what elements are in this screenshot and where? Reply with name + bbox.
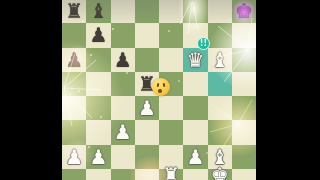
square-c6[interactable]: ♟ (111, 48, 135, 72)
square-f3[interactable] (183, 120, 207, 144)
square-h1[interactable] (232, 169, 256, 180)
white-pawn-d4[interactable]: ♟ (138, 96, 156, 120)
black-rook-a8[interactable]: ♜ (65, 0, 83, 23)
square-f5[interactable] (183, 72, 207, 96)
square-h3[interactable] (232, 120, 256, 144)
square-b6[interactable] (86, 48, 110, 72)
video-area: ♜♝♚♟♟♟♛♝♜♟♟♟♟♟♝♜♚ !! (62, 0, 256, 180)
white-pawn-a2[interactable]: ♟ (65, 145, 83, 169)
square-b2[interactable]: ♟ (86, 145, 110, 169)
square-b8[interactable]: ♝ (86, 0, 110, 23)
square-e3[interactable] (159, 120, 183, 144)
square-b7[interactable]: ♟ (86, 23, 110, 47)
square-c5[interactable] (111, 72, 135, 96)
square-d4[interactable]: ♟ (135, 96, 159, 120)
white-pawn-f2[interactable]: ♟ (186, 145, 204, 169)
square-a5[interactable] (62, 72, 86, 96)
square-d3[interactable] (135, 120, 159, 144)
square-d2[interactable] (135, 145, 159, 169)
square-h4[interactable] (232, 96, 256, 120)
square-h7[interactable] (232, 23, 256, 47)
square-a7[interactable] (62, 23, 86, 47)
king-glow-effect (231, 0, 256, 25)
square-c3[interactable]: ♟ (111, 120, 135, 144)
square-d6[interactable] (135, 48, 159, 72)
square-g5[interactable] (208, 72, 232, 96)
square-f4[interactable] (183, 96, 207, 120)
confetti-sparkles (82, 20, 84, 22)
square-g6[interactable]: ♝ (208, 48, 232, 72)
square-g3[interactable] (208, 120, 232, 144)
white-pawn-b2[interactable]: ♟ (89, 145, 107, 169)
square-d8[interactable] (135, 0, 159, 23)
square-d7[interactable] (135, 23, 159, 47)
white-rook-e1[interactable]: ♜ (162, 163, 180, 180)
black-pawn-a6[interactable]: ♟ (65, 48, 83, 72)
video-frame: ♜♝♚♟♟♟♛♝♜♟♟♟♟♟♝♜♚ !! (0, 0, 320, 180)
square-c7[interactable] (111, 23, 135, 47)
square-a1[interactable] (62, 169, 86, 180)
square-f2[interactable]: ♟ (183, 145, 207, 169)
square-e7[interactable] (159, 23, 183, 47)
black-pawn-b7[interactable]: ♟ (89, 23, 107, 47)
square-h6[interactable] (232, 48, 256, 72)
square-e6[interactable] (159, 48, 183, 72)
white-king-g1[interactable]: ♚ (211, 163, 229, 180)
square-g4[interactable] (208, 96, 232, 120)
square-d1[interactable] (135, 169, 159, 180)
kissing-face-emoji (152, 78, 170, 96)
square-b1[interactable] (86, 169, 110, 180)
square-e1[interactable]: ♜ (159, 169, 183, 180)
square-c4[interactable] (111, 96, 135, 120)
emoji-left-eye (157, 83, 160, 87)
square-c1[interactable] (111, 169, 135, 180)
square-f1[interactable] (183, 169, 207, 180)
square-a3[interactable] (62, 120, 86, 144)
black-bishop-b8[interactable]: ♝ (89, 0, 107, 23)
square-g8[interactable] (208, 0, 232, 23)
square-a6[interactable]: ♟ (62, 48, 86, 72)
square-c2[interactable] (111, 145, 135, 169)
black-pawn-c6[interactable]: ♟ (114, 48, 132, 72)
emoji-mouth (158, 89, 162, 93)
square-f6[interactable]: ♛ (183, 48, 207, 72)
square-f8[interactable] (183, 0, 207, 23)
white-bishop-g6[interactable]: ♝ (211, 48, 229, 72)
square-e4[interactable] (159, 96, 183, 120)
square-b5[interactable] (86, 72, 110, 96)
square-h2[interactable] (232, 145, 256, 169)
square-c8[interactable] (111, 0, 135, 23)
square-b3[interactable] (86, 120, 110, 144)
square-b4[interactable] (86, 96, 110, 120)
square-h5[interactable] (232, 72, 256, 96)
square-e8[interactable] (159, 0, 183, 23)
square-g7[interactable] (208, 23, 232, 47)
square-a2[interactable]: ♟ (62, 145, 86, 169)
square-a4[interactable] (62, 96, 86, 120)
brilliant-move-badge: !! (197, 37, 210, 50)
emoji-right-eye (163, 83, 166, 87)
white-queen-f6[interactable]: ♛ (186, 48, 204, 72)
square-g1[interactable]: ♚ (208, 169, 232, 180)
white-pawn-c3[interactable]: ♟ (114, 120, 132, 144)
